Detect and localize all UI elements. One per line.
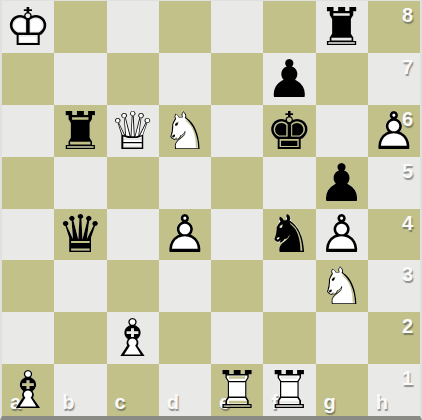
square-c7[interactable]: [107, 53, 159, 105]
chess-app: ♚♔♖♜8♙♟7♖♜♛♕♞♘♔♚6♟♙♙♟5♕♛♟♙♘♞♟♙4♞♘3♝♗2a♝♗…: [0, 0, 422, 420]
piece-b4-black-queen[interactable]: ♕♛: [54, 209, 106, 261]
square-b4[interactable]: ♕♛: [54, 209, 106, 261]
square-h6[interactable]: 6♟♙: [368, 105, 420, 157]
square-g7[interactable]: [316, 53, 368, 105]
square-c3[interactable]: [107, 260, 159, 312]
piece-g8-black-rook[interactable]: ♖♜: [316, 1, 368, 53]
square-h4[interactable]: 4: [368, 209, 420, 261]
square-a1[interactable]: a♝♗: [2, 364, 54, 416]
square-e8[interactable]: [211, 1, 263, 53]
rank-label-7: 7: [402, 56, 413, 79]
white-rook-icon: ♖: [211, 364, 263, 416]
square-e4[interactable]: [211, 209, 263, 261]
square-a5[interactable]: [2, 157, 54, 209]
black-pawn-icon: ♟: [263, 53, 315, 105]
square-e3[interactable]: [211, 260, 263, 312]
piece-d4-white-pawn[interactable]: ♟♙: [159, 209, 211, 261]
rank-label-3: 3: [402, 263, 413, 286]
white-pawn-icon: ♙: [368, 105, 420, 157]
chess-board: ♚♔♖♜8♙♟7♖♜♛♕♞♘♔♚6♟♙♙♟5♕♛♟♙♘♞♟♙4♞♘3♝♗2a♝♗…: [0, 0, 422, 420]
square-b7[interactable]: [54, 53, 106, 105]
piece-f6-black-king[interactable]: ♔♚: [263, 105, 315, 157]
piece-g4-white-pawn[interactable]: ♟♙: [316, 209, 368, 261]
square-f8[interactable]: [263, 1, 315, 53]
piece-h6-white-pawn[interactable]: ♟♙: [368, 105, 420, 157]
white-knight-icon: ♘: [159, 105, 211, 157]
square-d2[interactable]: [159, 312, 211, 364]
black-queen-icon: ♛: [54, 209, 106, 261]
black-rook-icon: ♜: [316, 1, 368, 53]
piece-f7-black-pawn[interactable]: ♙♟: [263, 53, 315, 105]
square-h3[interactable]: 3: [368, 260, 420, 312]
white-bishop-icon: ♗: [2, 364, 54, 416]
square-d7[interactable]: [159, 53, 211, 105]
square-e2[interactable]: [211, 312, 263, 364]
square-d5[interactable]: [159, 157, 211, 209]
rank-label-5: 5: [402, 160, 413, 183]
rank-label-8: 8: [402, 4, 413, 27]
rank-label-1: 1: [402, 367, 413, 390]
square-g2[interactable]: [316, 312, 368, 364]
square-f1[interactable]: f♜♖: [263, 364, 315, 416]
square-d8[interactable]: [159, 1, 211, 53]
square-g8[interactable]: ♖♜: [316, 1, 368, 53]
square-e6[interactable]: [211, 105, 263, 157]
square-g3[interactable]: ♞♘: [316, 260, 368, 312]
piece-c2-white-bishop[interactable]: ♝♗: [107, 312, 159, 364]
piece-b6-black-rook[interactable]: ♖♜: [54, 105, 106, 157]
square-h1[interactable]: 1h: [368, 364, 420, 416]
square-e1[interactable]: e♜♖: [211, 364, 263, 416]
square-b2[interactable]: [54, 312, 106, 364]
square-b1[interactable]: b: [54, 364, 106, 416]
white-rook-icon: ♖: [263, 364, 315, 416]
square-c2[interactable]: ♝♗: [107, 312, 159, 364]
square-f5[interactable]: [263, 157, 315, 209]
square-c8[interactable]: [107, 1, 159, 53]
square-g1[interactable]: g: [316, 364, 368, 416]
square-g4[interactable]: ♟♙: [316, 209, 368, 261]
square-a6[interactable]: [2, 105, 54, 157]
square-g6[interactable]: [316, 105, 368, 157]
file-label-c: c: [115, 391, 126, 414]
square-c1[interactable]: c: [107, 364, 159, 416]
square-f2[interactable]: [263, 312, 315, 364]
black-knight-icon: ♞: [263, 209, 315, 261]
rank-label-2: 2: [402, 315, 413, 338]
square-b6[interactable]: ♖♜: [54, 105, 106, 157]
piece-a1-white-bishop[interactable]: ♝♗: [2, 364, 54, 416]
square-c6[interactable]: ♛♕: [107, 105, 159, 157]
square-f3[interactable]: [263, 260, 315, 312]
black-king-icon: ♚: [263, 105, 315, 157]
piece-f1-white-rook[interactable]: ♜♖: [263, 364, 315, 416]
square-a4[interactable]: [2, 209, 54, 261]
white-pawn-icon: ♙: [159, 209, 211, 261]
black-rook-icon: ♜: [54, 105, 106, 157]
square-e5[interactable]: [211, 157, 263, 209]
square-h2[interactable]: 2: [368, 312, 420, 364]
file-label-g: g: [324, 391, 336, 414]
white-queen-icon: ♕: [107, 105, 159, 157]
piece-e1-white-rook[interactable]: ♜♖: [211, 364, 263, 416]
square-c5[interactable]: [107, 157, 159, 209]
piece-d6-white-knight[interactable]: ♞♘: [159, 105, 211, 157]
piece-g5-black-pawn[interactable]: ♙♟: [316, 157, 368, 209]
square-h8[interactable]: 8: [368, 1, 420, 53]
square-d4[interactable]: ♟♙: [159, 209, 211, 261]
file-label-h: h: [376, 391, 388, 414]
white-bishop-icon: ♗: [107, 312, 159, 364]
square-h7[interactable]: 7: [368, 53, 420, 105]
square-b5[interactable]: [54, 157, 106, 209]
piece-c6-white-queen[interactable]: ♛♕: [107, 105, 159, 157]
square-h5[interactable]: 5: [368, 157, 420, 209]
square-a2[interactable]: [2, 312, 54, 364]
file-label-b: b: [62, 391, 74, 414]
square-c4[interactable]: [107, 209, 159, 261]
piece-g3-white-knight[interactable]: ♞♘: [316, 260, 368, 312]
piece-a8-white-king[interactable]: ♚♔: [2, 1, 54, 53]
rank-label-4: 4: [402, 212, 413, 235]
square-b8[interactable]: [54, 1, 106, 53]
white-king-icon: ♔: [2, 1, 54, 53]
black-pawn-icon: ♟: [316, 157, 368, 209]
square-a7[interactable]: [2, 53, 54, 105]
square-d6[interactable]: ♞♘: [159, 105, 211, 157]
white-pawn-icon: ♙: [316, 209, 368, 261]
square-d1[interactable]: d: [159, 364, 211, 416]
square-d3[interactable]: [159, 260, 211, 312]
square-a8[interactable]: ♚♔: [2, 1, 54, 53]
square-f4[interactable]: ♘♞: [263, 209, 315, 261]
square-g5[interactable]: ♙♟: [316, 157, 368, 209]
square-f7[interactable]: ♙♟: [263, 53, 315, 105]
square-b3[interactable]: [54, 260, 106, 312]
square-e7[interactable]: [211, 53, 263, 105]
square-a3[interactable]: [2, 260, 54, 312]
white-knight-icon: ♘: [316, 260, 368, 312]
piece-f4-black-knight[interactable]: ♘♞: [263, 209, 315, 261]
square-f6[interactable]: ♔♚: [263, 105, 315, 157]
file-label-d: d: [167, 391, 179, 414]
